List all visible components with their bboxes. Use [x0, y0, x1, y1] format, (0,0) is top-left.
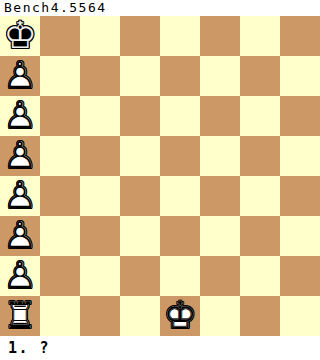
square-h7[interactable] — [280, 56, 320, 96]
square-e6[interactable] — [160, 96, 200, 136]
square-b3[interactable] — [40, 216, 80, 256]
square-a7[interactable]: ♟♙ — [0, 56, 40, 96]
piece-glyph-outline: ♙ — [0, 256, 40, 296]
square-h3[interactable] — [280, 216, 320, 256]
square-d6[interactable] — [120, 96, 160, 136]
square-h4[interactable] — [280, 176, 320, 216]
square-d1[interactable] — [120, 296, 160, 336]
square-h5[interactable] — [280, 136, 320, 176]
square-a2[interactable]: ♟♙ — [0, 256, 40, 296]
square-b7[interactable] — [40, 56, 80, 96]
piece-glyph-outline: ♖ — [0, 296, 40, 336]
square-g8[interactable] — [240, 16, 280, 56]
square-e5[interactable] — [160, 136, 200, 176]
chess-board: ♚♔♟♙♟♙♟♙♟♙♟♙♟♙♜♖♚♔ — [0, 16, 320, 336]
square-a5[interactable]: ♟♙ — [0, 136, 40, 176]
square-c7[interactable] — [80, 56, 120, 96]
square-d2[interactable] — [120, 256, 160, 296]
square-c6[interactable] — [80, 96, 120, 136]
square-c2[interactable] — [80, 256, 120, 296]
square-c1[interactable] — [80, 296, 120, 336]
square-f8[interactable] — [200, 16, 240, 56]
square-a4[interactable]: ♟♙ — [0, 176, 40, 216]
piece-glyph-outline: ♔ — [0, 16, 40, 56]
square-c3[interactable] — [80, 216, 120, 256]
square-a1[interactable]: ♜♖ — [0, 296, 40, 336]
square-a3[interactable]: ♟♙ — [0, 216, 40, 256]
square-h8[interactable] — [280, 16, 320, 56]
square-d8[interactable] — [120, 16, 160, 56]
square-e4[interactable] — [160, 176, 200, 216]
square-e7[interactable] — [160, 56, 200, 96]
square-h6[interactable] — [280, 96, 320, 136]
square-b8[interactable] — [40, 16, 80, 56]
square-f6[interactable] — [200, 96, 240, 136]
white-pawn[interactable]: ♟♙ — [0, 216, 40, 256]
piece-glyph-outline: ♙ — [0, 96, 40, 136]
statusbar: 1. ? — [0, 336, 320, 360]
white-pawn[interactable]: ♟♙ — [0, 256, 40, 296]
chess-viewer-window: Bench4.5564 ♚♔♟♙♟♙♟♙♟♙♟♙♟♙♜♖♚♔ 1. ? — [0, 0, 320, 360]
white-king[interactable]: ♚♔ — [160, 296, 200, 336]
square-b4[interactable] — [40, 176, 80, 216]
titlebar: Bench4.5564 — [0, 0, 320, 16]
white-pawn[interactable]: ♟♙ — [0, 96, 40, 136]
square-b5[interactable] — [40, 136, 80, 176]
square-a8[interactable]: ♚♔ — [0, 16, 40, 56]
square-c4[interactable] — [80, 176, 120, 216]
piece-glyph-outline: ♔ — [160, 296, 200, 336]
square-g1[interactable] — [240, 296, 280, 336]
square-f7[interactable] — [200, 56, 240, 96]
square-e2[interactable] — [160, 256, 200, 296]
square-b1[interactable] — [40, 296, 80, 336]
white-pawn[interactable]: ♟♙ — [0, 56, 40, 96]
square-c8[interactable] — [80, 16, 120, 56]
square-c5[interactable] — [80, 136, 120, 176]
square-g4[interactable] — [240, 176, 280, 216]
piece-glyph-outline: ♙ — [0, 216, 40, 256]
square-f4[interactable] — [200, 176, 240, 216]
square-d4[interactable] — [120, 176, 160, 216]
square-g2[interactable] — [240, 256, 280, 296]
square-b2[interactable] — [40, 256, 80, 296]
square-e3[interactable] — [160, 216, 200, 256]
square-f1[interactable] — [200, 296, 240, 336]
square-h1[interactable] — [280, 296, 320, 336]
piece-glyph-outline: ♙ — [0, 56, 40, 96]
white-pawn[interactable]: ♟♙ — [0, 136, 40, 176]
square-a6[interactable]: ♟♙ — [0, 96, 40, 136]
piece-glyph-outline: ♙ — [0, 136, 40, 176]
square-h2[interactable] — [280, 256, 320, 296]
square-e1[interactable]: ♚♔ — [160, 296, 200, 336]
square-d7[interactable] — [120, 56, 160, 96]
move-prompt: 1. ? — [8, 339, 50, 357]
square-g6[interactable] — [240, 96, 280, 136]
black-king[interactable]: ♚♔ — [0, 16, 40, 56]
square-f5[interactable] — [200, 136, 240, 176]
square-f3[interactable] — [200, 216, 240, 256]
piece-glyph-outline: ♙ — [0, 176, 40, 216]
square-g3[interactable] — [240, 216, 280, 256]
square-g7[interactable] — [240, 56, 280, 96]
square-g5[interactable] — [240, 136, 280, 176]
square-d5[interactable] — [120, 136, 160, 176]
square-f2[interactable] — [200, 256, 240, 296]
white-pawn[interactable]: ♟♙ — [0, 176, 40, 216]
square-b6[interactable] — [40, 96, 80, 136]
square-e8[interactable] — [160, 16, 200, 56]
white-rook[interactable]: ♜♖ — [0, 296, 40, 336]
square-d3[interactable] — [120, 216, 160, 256]
